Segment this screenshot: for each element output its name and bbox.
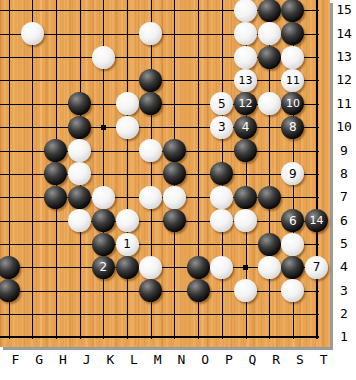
row-label-6: 6 bbox=[332, 213, 356, 229]
column-label-P: P bbox=[218, 352, 240, 367]
row-label-3: 3 bbox=[332, 283, 356, 299]
stone-M4 bbox=[139, 256, 162, 279]
stone-R15 bbox=[258, 0, 281, 22]
row-label-5: 5 bbox=[332, 236, 356, 252]
stone-Q6 bbox=[234, 209, 257, 232]
stone-G14 bbox=[21, 22, 44, 45]
stone-R13 bbox=[258, 46, 281, 69]
stone-M7 bbox=[139, 186, 162, 209]
grid-line-horizontal bbox=[0, 336, 319, 338]
stone-Q14 bbox=[234, 22, 257, 45]
column-label-K: K bbox=[99, 352, 121, 367]
star-point-Q4 bbox=[243, 265, 248, 270]
stone-Q3 bbox=[234, 279, 257, 302]
row-label-15: 15 bbox=[332, 2, 356, 18]
column-label-O: O bbox=[194, 352, 216, 367]
column-label-T: T bbox=[313, 352, 335, 367]
row-label-1: 1 bbox=[332, 329, 356, 345]
row-label-12: 12 bbox=[332, 72, 356, 88]
stone-S13 bbox=[281, 46, 304, 69]
stone-J9 bbox=[68, 139, 91, 162]
stone-T4: 7 bbox=[305, 256, 328, 279]
stone-M9 bbox=[139, 139, 162, 162]
stone-K5 bbox=[92, 233, 115, 256]
row-label-4: 4 bbox=[332, 259, 356, 275]
stone-N7 bbox=[163, 186, 186, 209]
column-label-S: S bbox=[289, 352, 311, 367]
stone-M12 bbox=[139, 69, 162, 92]
grid-line-vertical bbox=[127, 0, 128, 339]
stone-N6 bbox=[163, 209, 186, 232]
stone-N8 bbox=[163, 162, 186, 185]
stone-J8 bbox=[68, 162, 91, 185]
stone-M14 bbox=[139, 22, 162, 45]
stone-S12: 11 bbox=[281, 69, 304, 92]
grid-line-vertical bbox=[316, 0, 318, 339]
stone-P8 bbox=[210, 162, 233, 185]
stone-O3 bbox=[187, 279, 210, 302]
column-label-Q: Q bbox=[242, 352, 264, 367]
row-label-11: 11 bbox=[332, 96, 356, 112]
stone-K13 bbox=[92, 46, 115, 69]
row-label-2: 2 bbox=[332, 306, 356, 322]
stone-J10 bbox=[68, 116, 91, 139]
stone-S6: 6 bbox=[281, 209, 304, 232]
stone-S3 bbox=[281, 279, 304, 302]
stone-S14 bbox=[281, 22, 304, 45]
go-diagram-page: 1311512103489614127 FGHJKLMNOPQRST 15141… bbox=[0, 0, 356, 380]
grid-line-horizontal bbox=[0, 221, 319, 222]
star-point-K10 bbox=[101, 125, 106, 130]
row-label-13: 13 bbox=[332, 49, 356, 65]
grid-line-horizontal bbox=[0, 314, 319, 315]
stone-Q7 bbox=[234, 186, 257, 209]
stone-S5 bbox=[281, 233, 304, 256]
stone-L5: 1 bbox=[116, 233, 139, 256]
stone-R5 bbox=[258, 233, 281, 256]
stone-L4 bbox=[116, 256, 139, 279]
column-label-L: L bbox=[123, 352, 145, 367]
column-label-F: F bbox=[5, 352, 27, 367]
stone-K6 bbox=[92, 209, 115, 232]
stone-L11 bbox=[116, 92, 139, 115]
column-label-J: J bbox=[76, 352, 98, 367]
stone-N9 bbox=[163, 139, 186, 162]
stone-S11: 10 bbox=[281, 92, 304, 115]
stone-J6 bbox=[68, 209, 91, 232]
stone-H9 bbox=[44, 139, 67, 162]
stone-R4 bbox=[258, 256, 281, 279]
row-label-14: 14 bbox=[332, 26, 356, 42]
stone-S4 bbox=[281, 256, 304, 279]
stone-M11 bbox=[139, 92, 162, 115]
stone-K4: 2 bbox=[92, 256, 115, 279]
row-label-8: 8 bbox=[332, 166, 356, 182]
stone-P7 bbox=[210, 186, 233, 209]
stone-P6 bbox=[210, 209, 233, 232]
stone-S8: 9 bbox=[281, 162, 304, 185]
stone-Q9 bbox=[234, 139, 257, 162]
stone-P11: 5 bbox=[210, 92, 233, 115]
row-label-10: 10 bbox=[332, 119, 356, 135]
stone-F4 bbox=[0, 256, 20, 279]
stone-L6 bbox=[116, 209, 139, 232]
stone-O4 bbox=[187, 256, 210, 279]
stone-F3 bbox=[0, 279, 20, 302]
stone-L10 bbox=[116, 116, 139, 139]
stone-P4 bbox=[210, 256, 233, 279]
stone-K7 bbox=[92, 186, 115, 209]
row-label-7: 7 bbox=[332, 189, 356, 205]
stone-Q10: 4 bbox=[234, 116, 257, 139]
column-label-H: H bbox=[52, 352, 74, 367]
grid-line-vertical bbox=[32, 0, 33, 339]
stone-T6: 14 bbox=[305, 209, 328, 232]
stone-P10: 3 bbox=[210, 116, 233, 139]
go-board[interactable]: 1311512103489614127 bbox=[0, 0, 330, 347]
grid-line-horizontal bbox=[0, 127, 319, 128]
stone-H8 bbox=[44, 162, 67, 185]
stone-R11 bbox=[258, 92, 281, 115]
stone-S15 bbox=[281, 0, 304, 22]
stone-H7 bbox=[44, 186, 67, 209]
stone-J11 bbox=[68, 92, 91, 115]
column-label-R: R bbox=[265, 352, 287, 367]
stone-J7 bbox=[68, 186, 91, 209]
stone-Q12: 13 bbox=[234, 69, 257, 92]
stone-Q11: 12 bbox=[234, 92, 257, 115]
stone-Q15 bbox=[234, 0, 257, 22]
stone-R14 bbox=[258, 22, 281, 45]
column-label-G: G bbox=[28, 352, 50, 367]
column-label-M: M bbox=[147, 352, 169, 367]
column-label-N: N bbox=[170, 352, 192, 367]
stone-S10: 8 bbox=[281, 116, 304, 139]
stone-R7 bbox=[258, 186, 281, 209]
stone-Q13 bbox=[234, 46, 257, 69]
row-label-9: 9 bbox=[332, 143, 356, 159]
stone-M3 bbox=[139, 279, 162, 302]
